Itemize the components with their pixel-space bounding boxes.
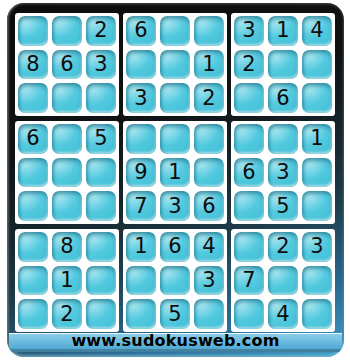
sudoku-cell-r3c2[interactable]	[52, 83, 82, 113]
sudoku-cell-r4c9[interactable]: 1	[302, 124, 332, 154]
sudoku-cell-r9c5[interactable]: 5	[160, 299, 190, 329]
sudoku-cell-r6c5[interactable]: 3	[160, 191, 190, 221]
sudoku-cell-r7c9[interactable]: 3	[302, 232, 332, 262]
sudoku-cell-r8c9[interactable]	[302, 266, 332, 296]
sudoku-board-frame: 286361323142665917361635812164352374 www…	[7, 3, 344, 357]
sudoku-box-4: 65	[15, 121, 119, 224]
sudoku-cell-r8c1[interactable]	[18, 266, 48, 296]
sudoku-cell-r8c7[interactable]: 7	[234, 266, 264, 296]
sudoku-cell-r4c8[interactable]	[268, 124, 298, 154]
page: 286361323142665917361635812164352374 www…	[0, 0, 350, 360]
sudoku-cell-r6c8[interactable]: 5	[268, 191, 298, 221]
sudoku-cell-r1c3[interactable]: 2	[86, 16, 116, 46]
sudoku-cell-r4c1[interactable]: 6	[18, 124, 48, 154]
sudoku-cell-r8c4[interactable]	[126, 266, 156, 296]
sudoku-cell-r2c5[interactable]	[160, 50, 190, 80]
sudoku-cell-r9c1[interactable]	[18, 299, 48, 329]
sudoku-cell-r6c4[interactable]: 7	[126, 191, 156, 221]
sudoku-cell-r7c4[interactable]: 1	[126, 232, 156, 262]
sudoku-cell-r8c6[interactable]: 3	[194, 266, 224, 296]
sudoku-cell-r3c8[interactable]: 6	[268, 83, 298, 113]
sudoku-cell-r9c2[interactable]: 2	[52, 299, 82, 329]
sudoku-cell-r2c9[interactable]	[302, 50, 332, 80]
sudoku-cell-r5c4[interactable]: 9	[126, 158, 156, 188]
sudoku-cell-r7c3[interactable]	[86, 232, 116, 262]
sudoku-grid: 286361323142665917361635812164352374	[15, 13, 335, 332]
sudoku-cell-r2c1[interactable]: 8	[18, 50, 48, 80]
sudoku-cell-r9c7[interactable]	[234, 299, 264, 329]
sudoku-cell-r1c9[interactable]: 4	[302, 16, 332, 46]
sudoku-cell-r4c5[interactable]	[160, 124, 190, 154]
sudoku-cell-r3c5[interactable]	[160, 83, 190, 113]
sudoku-cell-r4c3[interactable]: 5	[86, 124, 116, 154]
sudoku-cell-r1c8[interactable]: 1	[268, 16, 298, 46]
sudoku-cell-r2c2[interactable]: 6	[52, 50, 82, 80]
sudoku-box-3: 31426	[231, 13, 335, 116]
sudoku-cell-r7c7[interactable]	[234, 232, 264, 262]
sudoku-box-2: 6132	[123, 13, 227, 116]
sudoku-cell-r2c7[interactable]: 2	[234, 50, 264, 80]
sudoku-cell-r7c1[interactable]	[18, 232, 48, 262]
sudoku-cell-r5c1[interactable]	[18, 158, 48, 188]
sudoku-cell-r9c9[interactable]	[302, 299, 332, 329]
website-link[interactable]: www.sudokusweb.com	[71, 331, 279, 350]
sudoku-cell-r2c8[interactable]	[268, 50, 298, 80]
sudoku-cell-r4c4[interactable]	[126, 124, 156, 154]
sudoku-cell-r7c8[interactable]: 2	[268, 232, 298, 262]
sudoku-box-1: 2863	[15, 13, 119, 116]
sudoku-cell-r3c1[interactable]	[18, 83, 48, 113]
sudoku-cell-r2c4[interactable]	[126, 50, 156, 80]
sudoku-cell-r3c9[interactable]	[302, 83, 332, 113]
sudoku-cell-r9c4[interactable]	[126, 299, 156, 329]
sudoku-cell-r3c3[interactable]	[86, 83, 116, 113]
sudoku-cell-r1c4[interactable]: 6	[126, 16, 156, 46]
sudoku-cell-r9c3[interactable]	[86, 299, 116, 329]
sudoku-cell-r8c3[interactable]	[86, 266, 116, 296]
sudoku-cell-r7c2[interactable]: 8	[52, 232, 82, 262]
sudoku-cell-r6c3[interactable]	[86, 191, 116, 221]
sudoku-cell-r5c3[interactable]	[86, 158, 116, 188]
sudoku-cell-r7c5[interactable]: 6	[160, 232, 190, 262]
sudoku-cell-r9c8[interactable]: 4	[268, 299, 298, 329]
sudoku-cell-r2c6[interactable]: 1	[194, 50, 224, 80]
sudoku-cell-r6c9[interactable]	[302, 191, 332, 221]
sudoku-cell-r1c2[interactable]	[52, 16, 82, 46]
sudoku-cell-r4c2[interactable]	[52, 124, 82, 154]
sudoku-cell-r5c9[interactable]	[302, 158, 332, 188]
sudoku-cell-r3c4[interactable]: 3	[126, 83, 156, 113]
sudoku-cell-r5c8[interactable]: 3	[268, 158, 298, 188]
sudoku-cell-r1c1[interactable]	[18, 16, 48, 46]
sudoku-box-5: 91736	[123, 121, 227, 224]
sudoku-cell-r1c7[interactable]: 3	[234, 16, 264, 46]
sudoku-cell-r5c7[interactable]: 6	[234, 158, 264, 188]
sudoku-cell-r2c3[interactable]: 3	[86, 50, 116, 80]
sudoku-cell-r4c6[interactable]	[194, 124, 224, 154]
sudoku-box-7: 812	[15, 229, 119, 332]
sudoku-cell-r6c6[interactable]: 6	[194, 191, 224, 221]
sudoku-box-9: 2374	[231, 229, 335, 332]
sudoku-cell-r5c6[interactable]	[194, 158, 224, 188]
sudoku-cell-r6c2[interactable]	[52, 191, 82, 221]
sudoku-cell-r3c7[interactable]	[234, 83, 264, 113]
sudoku-cell-r9c6[interactable]	[194, 299, 224, 329]
sudoku-box-8: 16435	[123, 229, 227, 332]
sudoku-cell-r1c5[interactable]	[160, 16, 190, 46]
sudoku-cell-r5c2[interactable]	[52, 158, 82, 188]
sudoku-cell-r8c5[interactable]	[160, 266, 190, 296]
footer-bar: www.sudokusweb.com	[9, 333, 342, 352]
sudoku-cell-r5c5[interactable]: 1	[160, 158, 190, 188]
sudoku-cell-r4c7[interactable]	[234, 124, 264, 154]
sudoku-cell-r6c7[interactable]	[234, 191, 264, 221]
sudoku-box-6: 1635	[231, 121, 335, 224]
sudoku-cell-r8c2[interactable]: 1	[52, 266, 82, 296]
sudoku-cell-r7c6[interactable]: 4	[194, 232, 224, 262]
sudoku-cell-r3c6[interactable]: 2	[194, 83, 224, 113]
sudoku-cell-r6c1[interactable]	[18, 191, 48, 221]
sudoku-cell-r1c6[interactable]	[194, 16, 224, 46]
sudoku-cell-r8c8[interactable]	[268, 266, 298, 296]
